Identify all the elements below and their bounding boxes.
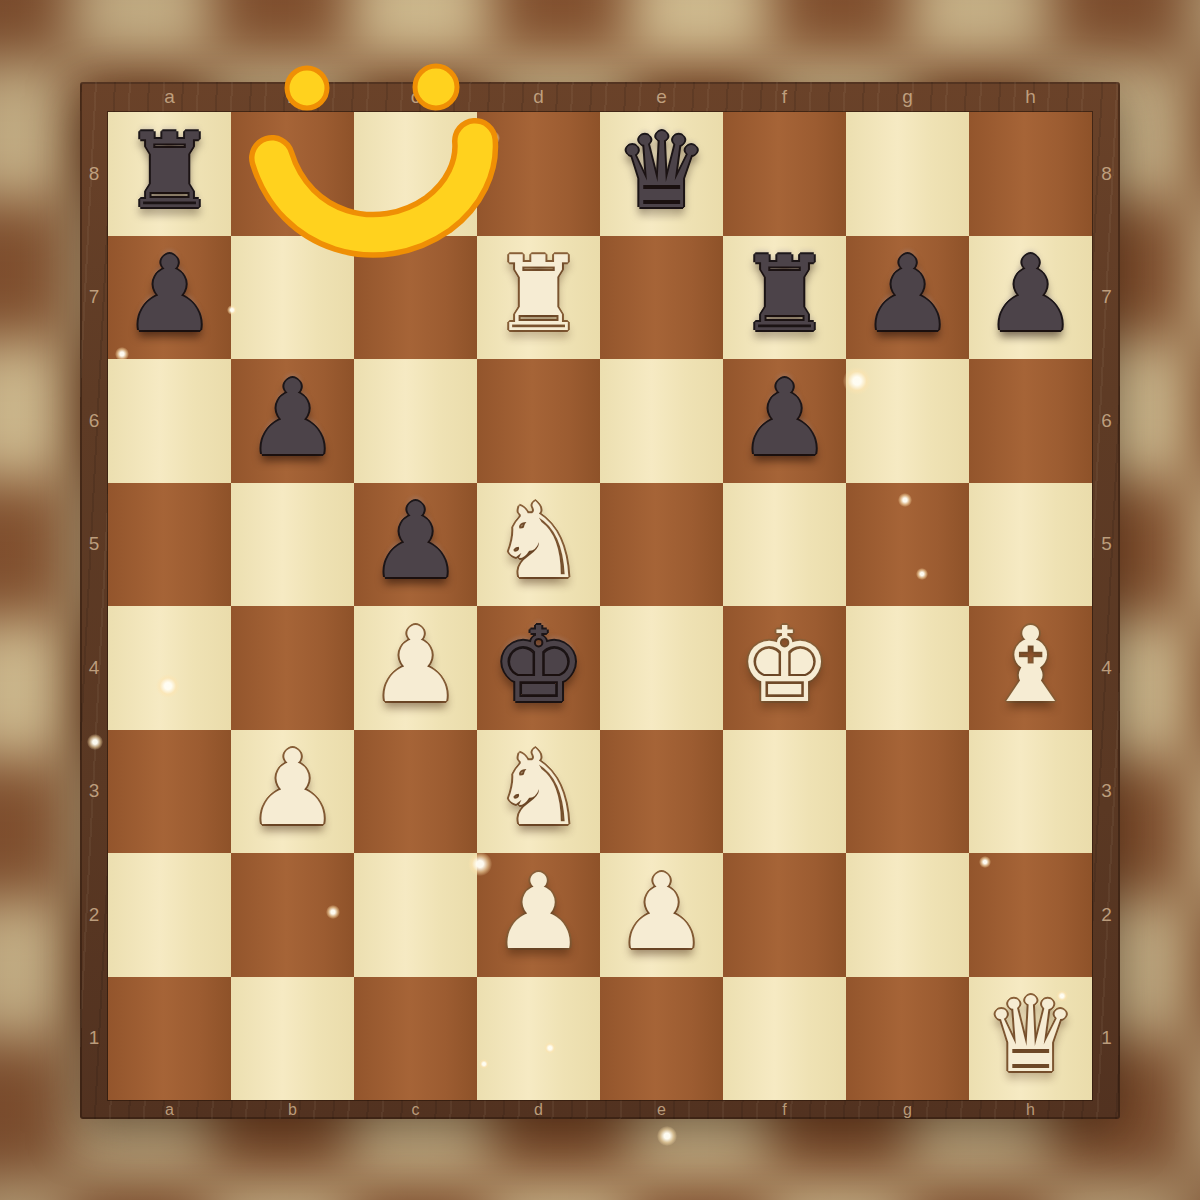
square-h2[interactable] [969,853,1092,977]
file-label-h: h [969,1100,1092,1119]
rank-label-8: 8 [80,112,108,236]
black-queen[interactable]: ♛ [615,119,708,223]
rank-labels-left: 87654321 [80,112,108,1100]
square-a4[interactable] [108,606,231,730]
file-label-f: f [723,82,846,112]
rank-label-2: 2 [1093,853,1120,977]
square-c1[interactable] [354,977,477,1101]
square-g2[interactable] [846,853,969,977]
square-f5[interactable] [723,483,846,607]
square-e4[interactable] [600,606,723,730]
square-a5[interactable] [108,483,231,607]
white-knight[interactable]: ♞ [492,489,585,593]
file-labels-top: abcdefgh [108,82,1092,112]
file-label-d: d [477,82,600,112]
square-g3[interactable] [846,730,969,854]
white-rook[interactable]: ♜ [492,242,585,346]
square-e7[interactable] [600,236,723,360]
square-d8[interactable] [477,112,600,236]
square-c5[interactable]: ♟ [354,483,477,607]
square-e5[interactable] [600,483,723,607]
file-labels-bottom: abcdefgh [108,1100,1092,1119]
square-e1[interactable] [600,977,723,1101]
rank-label-7: 7 [1093,236,1120,360]
file-label-b: b [231,1100,354,1119]
square-b3[interactable]: ♟ [231,730,354,854]
black-pawn[interactable]: ♟ [861,242,954,346]
square-e8[interactable]: ♛ [600,112,723,236]
white-king[interactable]: ♚ [738,613,831,717]
square-c3[interactable] [354,730,477,854]
square-d7[interactable]: ♜ [477,236,600,360]
white-queen[interactable]: ♛ [984,983,1077,1087]
square-g6[interactable] [846,359,969,483]
square-c4[interactable]: ♟ [354,606,477,730]
square-f3[interactable] [723,730,846,854]
white-pawn[interactable]: ♟ [369,613,462,717]
square-g7[interactable]: ♟ [846,236,969,360]
file-label-f: f [723,1100,846,1119]
black-king[interactable]: ♚ [492,613,585,717]
square-e3[interactable] [600,730,723,854]
square-b4[interactable] [231,606,354,730]
square-a1[interactable] [108,977,231,1101]
file-label-c: c [354,1100,477,1119]
file-label-b: b [231,82,354,112]
square-c6[interactable] [354,359,477,483]
black-pawn[interactable]: ♟ [738,366,831,470]
white-pawn[interactable]: ♟ [246,736,339,840]
file-label-e: e [600,1100,723,1119]
square-b5[interactable] [231,483,354,607]
file-label-d: d [477,1100,600,1119]
black-pawn[interactable]: ♟ [246,366,339,470]
square-f7[interactable]: ♜ [723,236,846,360]
file-label-a: a [108,82,231,112]
square-h3[interactable] [969,730,1092,854]
square-h5[interactable] [969,483,1092,607]
rank-label-5: 5 [1093,483,1120,607]
square-g4[interactable] [846,606,969,730]
square-b2[interactable] [231,853,354,977]
square-b1[interactable] [231,977,354,1101]
file-label-h: h [969,82,1092,112]
square-f4[interactable]: ♚ [723,606,846,730]
square-f1[interactable] [723,977,846,1101]
file-label-g: g [846,1100,969,1119]
square-c7[interactable] [354,236,477,360]
rank-labels-right: 87654321 [1093,112,1120,1100]
file-label-e: e [600,82,723,112]
black-pawn[interactable]: ♟ [123,242,216,346]
square-a6[interactable] [108,359,231,483]
square-d2[interactable]: ♟ [477,853,600,977]
square-f6[interactable]: ♟ [723,359,846,483]
square-h4[interactable]: ♝ [969,606,1092,730]
square-c2[interactable] [354,853,477,977]
square-h7[interactable]: ♟ [969,236,1092,360]
square-d1[interactable] [477,977,600,1101]
square-a8[interactable]: ♜ [108,112,231,236]
square-c8[interactable] [354,112,477,236]
rank-label-4: 4 [80,606,108,730]
square-e2[interactable]: ♟ [600,853,723,977]
black-pawn[interactable]: ♟ [369,489,462,593]
square-d3[interactable]: ♞ [477,730,600,854]
square-g5[interactable] [846,483,969,607]
white-pawn[interactable]: ♟ [492,860,585,964]
square-g8[interactable] [846,112,969,236]
square-a7[interactable]: ♟ [108,236,231,360]
rank-label-2: 2 [80,853,108,977]
file-label-c: c [354,82,477,112]
rank-label-4: 4 [1093,606,1120,730]
square-h6[interactable] [969,359,1092,483]
square-e6[interactable] [600,359,723,483]
square-d5[interactable]: ♞ [477,483,600,607]
square-f8[interactable] [723,112,846,236]
square-d6[interactable] [477,359,600,483]
square-f2[interactable] [723,853,846,977]
file-label-g: g [846,82,969,112]
square-b6[interactable]: ♟ [231,359,354,483]
white-pawn[interactable]: ♟ [615,860,708,964]
square-g1[interactable] [846,977,969,1101]
square-a2[interactable] [108,853,231,977]
rank-label-5: 5 [80,483,108,607]
white-bishop[interactable]: ♝ [984,613,1077,717]
rank-label-1: 1 [1093,977,1120,1101]
rank-label-8: 8 [1093,112,1120,236]
square-b7[interactable] [231,236,354,360]
white-knight[interactable]: ♞ [492,736,585,840]
black-rook[interactable]: ♜ [738,242,831,346]
app-background: abcdefgh abcdefgh 87654321 87654321 ♜♛♟♜… [0,0,1200,1200]
rank-label-1: 1 [80,977,108,1101]
rank-label-6: 6 [80,359,108,483]
rank-label-7: 7 [80,236,108,360]
square-b8[interactable] [231,112,354,236]
square-d4[interactable]: ♚ [477,606,600,730]
rank-label-3: 3 [1093,730,1120,854]
square-a3[interactable] [108,730,231,854]
file-label-a: a [108,1100,231,1119]
rank-label-6: 6 [1093,359,1120,483]
rank-label-3: 3 [80,730,108,854]
black-rook[interactable]: ♜ [123,119,216,223]
square-h8[interactable] [969,112,1092,236]
chess-board-frame: abcdefgh abcdefgh 87654321 87654321 ♜♛♟♜… [80,82,1120,1119]
chess-board: ♜♛♟♜♜♟♟♟♟♟♞♟♚♚♝♟♞♟♟♛ [108,112,1092,1100]
black-pawn[interactable]: ♟ [984,242,1077,346]
square-h1[interactable]: ♛ [969,977,1092,1101]
